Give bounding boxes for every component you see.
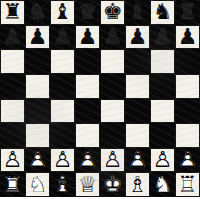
square-e8[interactable]: ♚ xyxy=(100,0,125,25)
square-d6[interactable] xyxy=(75,49,100,74)
piece-white-knight-outline: ♘ xyxy=(150,172,175,197)
piece-white-knight-outline: ♘ xyxy=(25,172,50,197)
square-g3[interactable] xyxy=(150,123,175,148)
square-f4[interactable] xyxy=(125,99,150,124)
square-d5[interactable] xyxy=(75,74,100,99)
piece-white-queen-outline: ♕ xyxy=(75,172,100,197)
square-b7[interactable]: ♟ xyxy=(25,25,50,50)
square-d4[interactable] xyxy=(75,99,100,124)
square-h2[interactable]: ♟♙ xyxy=(175,148,200,173)
square-h5[interactable] xyxy=(175,74,200,99)
square-c1[interactable]: ♝♗ xyxy=(50,172,75,197)
piece-white-pawn-outline: ♙ xyxy=(25,148,50,173)
square-e6[interactable] xyxy=(100,49,125,74)
square-e7[interactable]: ♟ xyxy=(100,25,125,50)
piece-white-bishop-outline: ♗ xyxy=(125,172,150,197)
piece-white-pawn-outline: ♙ xyxy=(0,148,25,173)
piece-black-pawn: ♟ xyxy=(0,25,25,50)
piece-white-pawn-outline: ♙ xyxy=(150,148,175,173)
square-h6[interactable] xyxy=(175,49,200,74)
piece-white-bishop-outline: ♗ xyxy=(50,172,75,197)
square-g6[interactable] xyxy=(150,49,175,74)
piece-black-rook: ♜ xyxy=(0,0,25,25)
square-a4[interactable] xyxy=(0,99,25,124)
square-a7[interactable]: ♟ xyxy=(0,25,25,50)
piece-white-pawn-outline: ♙ xyxy=(175,148,200,173)
square-a5[interactable] xyxy=(0,74,25,99)
piece-black-pawn: ♟ xyxy=(75,25,100,50)
square-h4[interactable] xyxy=(175,99,200,124)
square-c6[interactable] xyxy=(50,49,75,74)
piece-black-pawn: ♟ xyxy=(125,25,150,50)
square-e5[interactable] xyxy=(100,74,125,99)
square-h8[interactable]: ♜ xyxy=(175,0,200,25)
piece-white-rook-outline: ♖ xyxy=(175,172,200,197)
piece-white-rook-outline: ♖ xyxy=(0,172,25,197)
square-f2[interactable]: ♟♙ xyxy=(125,148,150,173)
piece-white-king-outline: ♔ xyxy=(100,172,125,197)
square-g5[interactable] xyxy=(150,74,175,99)
square-g7[interactable]: ♟ xyxy=(150,25,175,50)
square-h3[interactable] xyxy=(175,123,200,148)
square-g1[interactable]: ♞♘ xyxy=(150,172,175,197)
square-f3[interactable] xyxy=(125,123,150,148)
square-f1[interactable]: ♝♗ xyxy=(125,172,150,197)
square-a8[interactable]: ♜ xyxy=(0,0,25,25)
square-b2[interactable]: ♟♙ xyxy=(25,148,50,173)
square-c3[interactable] xyxy=(50,123,75,148)
square-e3[interactable] xyxy=(100,123,125,148)
square-c7[interactable]: ♟ xyxy=(50,25,75,50)
chess-diagram: ♜♞♝♛♚♝♞♜♟♟♟♟♟♟♟♟♟♙♟♙♟♙♟♙♟♙♟♙♟♙♟♙♜♖♞♘♝♗♛♕… xyxy=(0,0,200,199)
piece-black-queen: ♛ xyxy=(75,0,100,25)
piece-black-pawn: ♟ xyxy=(50,25,75,50)
square-e1[interactable]: ♚♔ xyxy=(100,172,125,197)
square-h7[interactable]: ♟ xyxy=(175,25,200,50)
piece-black-pawn: ♟ xyxy=(25,25,50,50)
square-b8[interactable]: ♞ xyxy=(25,0,50,25)
piece-black-bishop: ♝ xyxy=(50,0,75,25)
square-b4[interactable] xyxy=(25,99,50,124)
square-g2[interactable]: ♟♙ xyxy=(150,148,175,173)
square-f7[interactable]: ♟ xyxy=(125,25,150,50)
square-b6[interactable] xyxy=(25,49,50,74)
piece-black-bishop: ♝ xyxy=(125,0,150,25)
square-d2[interactable]: ♟♙ xyxy=(75,148,100,173)
piece-black-pawn: ♟ xyxy=(175,25,200,50)
square-f6[interactable] xyxy=(125,49,150,74)
square-e2[interactable]: ♟♙ xyxy=(100,148,125,173)
square-a3[interactable] xyxy=(0,123,25,148)
piece-white-pawn-outline: ♙ xyxy=(75,148,100,173)
bottom-page-margin xyxy=(0,197,200,199)
piece-black-pawn: ♟ xyxy=(150,25,175,50)
chess-board: ♜♞♝♛♚♝♞♜♟♟♟♟♟♟♟♟♟♙♟♙♟♙♟♙♟♙♟♙♟♙♟♙♜♖♞♘♝♗♛♕… xyxy=(0,0,200,197)
piece-white-pawn-outline: ♙ xyxy=(50,148,75,173)
square-c2[interactable]: ♟♙ xyxy=(50,148,75,173)
square-f5[interactable] xyxy=(125,74,150,99)
square-c8[interactable]: ♝ xyxy=(50,0,75,25)
square-b1[interactable]: ♞♘ xyxy=(25,172,50,197)
piece-black-knight: ♞ xyxy=(25,0,50,25)
square-d7[interactable]: ♟ xyxy=(75,25,100,50)
piece-black-knight: ♞ xyxy=(150,0,175,25)
square-h1[interactable]: ♜♖ xyxy=(175,172,200,197)
square-d8[interactable]: ♛ xyxy=(75,0,100,25)
square-f8[interactable]: ♝ xyxy=(125,0,150,25)
square-g4[interactable] xyxy=(150,99,175,124)
square-a2[interactable]: ♟♙ xyxy=(0,148,25,173)
square-b5[interactable] xyxy=(25,74,50,99)
piece-white-pawn-outline: ♙ xyxy=(100,148,125,173)
square-c4[interactable] xyxy=(50,99,75,124)
piece-black-pawn: ♟ xyxy=(100,25,125,50)
piece-black-rook: ♜ xyxy=(175,0,200,25)
piece-black-king: ♚ xyxy=(100,0,125,25)
square-a1[interactable]: ♜♖ xyxy=(0,172,25,197)
square-e4[interactable] xyxy=(100,99,125,124)
square-g8[interactable]: ♞ xyxy=(150,0,175,25)
square-d1[interactable]: ♛♕ xyxy=(75,172,100,197)
square-d3[interactable] xyxy=(75,123,100,148)
piece-white-pawn-outline: ♙ xyxy=(125,148,150,173)
square-b3[interactable] xyxy=(25,123,50,148)
square-c5[interactable] xyxy=(50,74,75,99)
square-a6[interactable] xyxy=(0,49,25,74)
